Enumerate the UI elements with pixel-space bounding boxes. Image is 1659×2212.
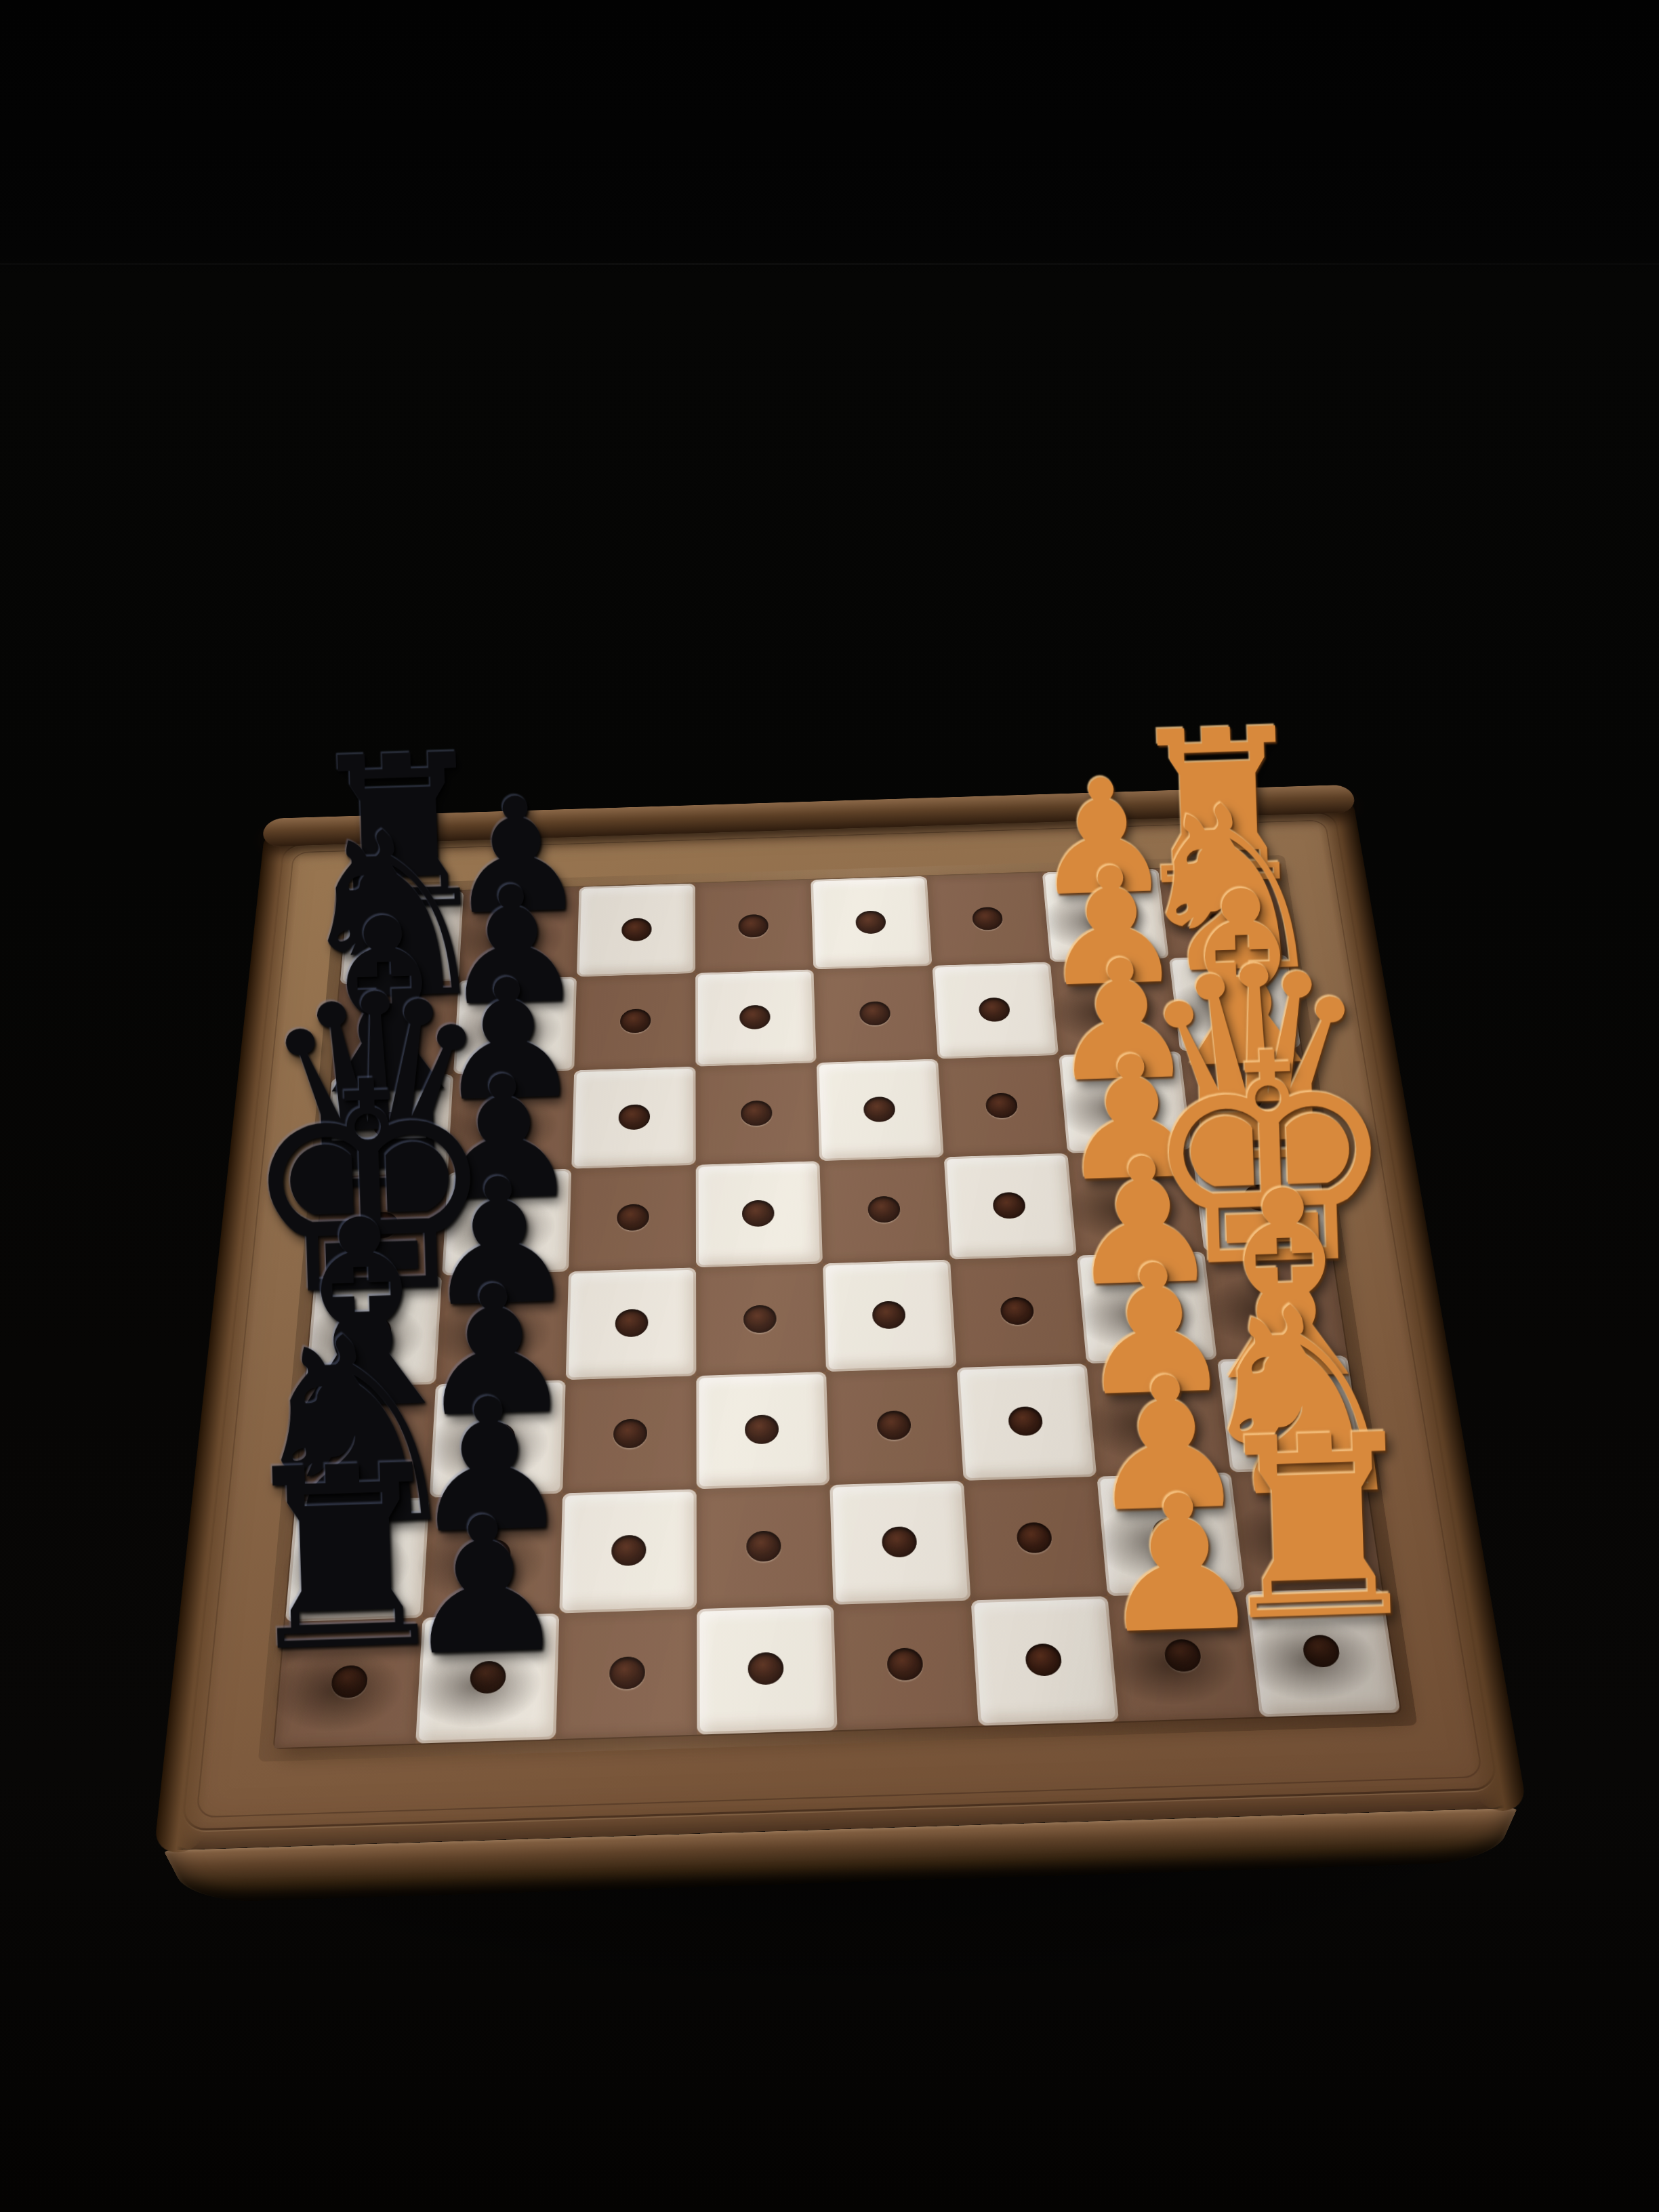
black-pawn-icon: ♟ — [398, 1490, 572, 1682]
backdrop-seam — [0, 263, 1659, 265]
white-rook-icon: ♜ — [1202, 1401, 1433, 1657]
travel-chess-board: ♜♟♟♜♞♟♟♞♝♟♟♝♛♟♟♛♚♟♟♚♝♟♟♝♞♟♟♞♜♟♟♜ — [159, 799, 1522, 1851]
pieces-layer: ♜♟♟♜♞♟♟♞♝♟♟♝♛♟♟♛♚♟♟♚♝♟♟♝♞♟♟♞♜♟♟♜ — [274, 865, 1401, 1748]
chessboard-scene: ♜♟♟♜♞♟♟♞♝♟♟♝♛♟♟♛♚♟♟♚♝♟♟♝♞♟♟♞♜♟♟♜ — [201, 642, 1444, 1885]
photo-backdrop: ♜♟♟♜♞♟♟♞♝♟♟♝♛♟♟♛♚♟♟♚♝♟♟♝♞♟♟♞♜♟♟♜ — [0, 0, 1659, 2212]
